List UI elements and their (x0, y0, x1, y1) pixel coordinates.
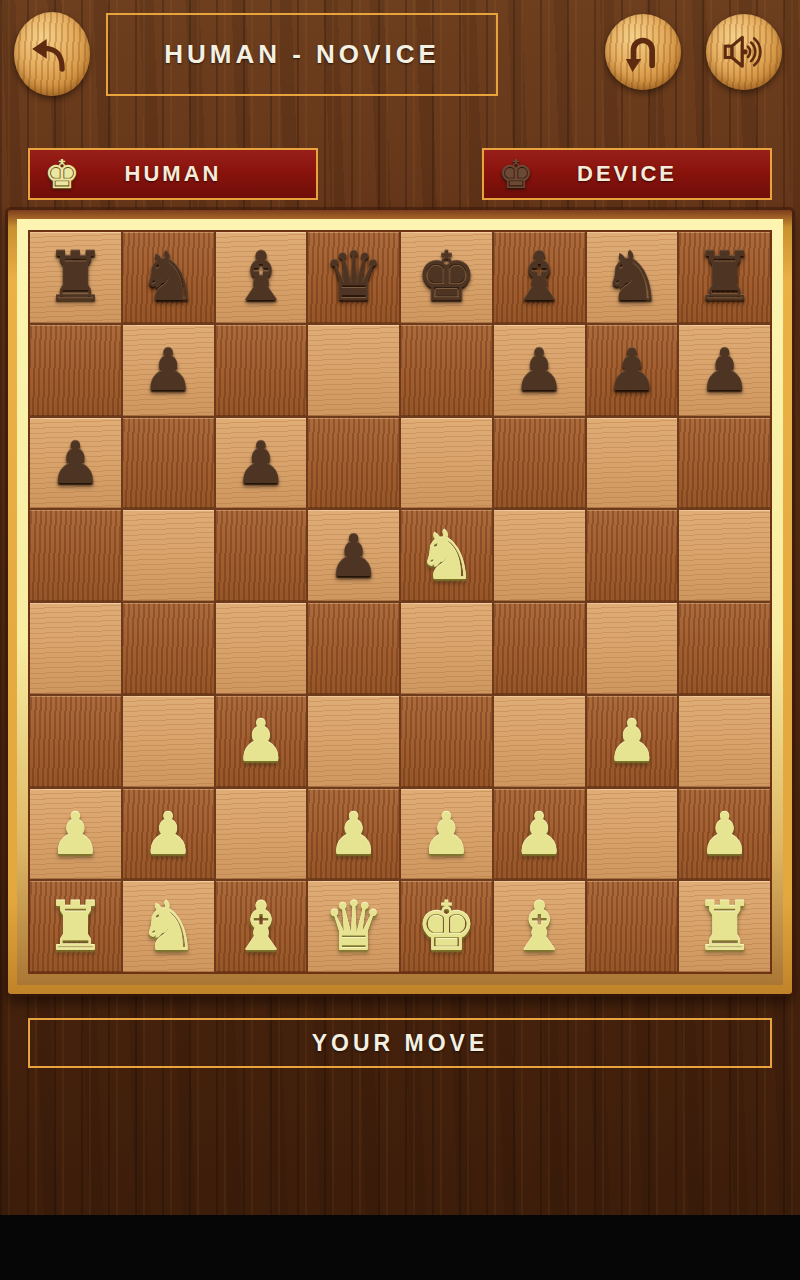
square-e8[interactable]: ♚ (401, 232, 492, 323)
square-c5[interactable] (216, 510, 307, 601)
black-bishop-piece: ♝ (230, 243, 291, 311)
player-banner-human: ♚ HUMAN (28, 148, 318, 200)
square-d6[interactable] (308, 418, 399, 509)
square-a1[interactable]: ♜ (30, 881, 121, 972)
square-e3[interactable] (401, 696, 492, 787)
black-king-piece: ♚ (416, 243, 477, 311)
chess-app: HUMAN - NOVICE ♚ HUMAN ♚ DEVICE ♜♞♝♛♚♝♞♜… (0, 0, 800, 1280)
turn-status-label: YOUR MOVE (312, 1030, 489, 1057)
board-mat: ♜♞♝♛♚♝♞♜♟♟♟♟♟♟♟♞♟♟♟♟♟♟♟♟♜♞♝♛♚♝♜ (17, 219, 783, 985)
undo-button[interactable] (605, 14, 681, 90)
square-c1[interactable]: ♝ (216, 881, 307, 972)
square-f2[interactable]: ♟ (494, 789, 585, 880)
black-knight-piece: ♞ (138, 243, 199, 311)
white-pawn-piece: ♟ (142, 805, 194, 863)
player-banner-device: ♚ DEVICE (482, 148, 772, 200)
square-e6[interactable] (401, 418, 492, 509)
square-d4[interactable] (308, 603, 399, 694)
square-d3[interactable] (308, 696, 399, 787)
square-f1[interactable]: ♝ (494, 881, 585, 972)
square-a8[interactable]: ♜ (30, 232, 121, 323)
square-a2[interactable]: ♟ (30, 789, 121, 880)
square-f4[interactable] (494, 603, 585, 694)
white-king-piece: ♚ (416, 893, 477, 961)
white-pawn-piece: ♟ (699, 805, 751, 863)
white-pawn-piece: ♟ (328, 805, 380, 863)
black-rook-piece: ♜ (694, 243, 755, 311)
square-c2[interactable] (216, 789, 307, 880)
square-g6[interactable] (587, 418, 678, 509)
square-c3[interactable]: ♟ (216, 696, 307, 787)
black-king-icon: ♚ (498, 154, 537, 194)
white-knight-piece: ♞ (416, 522, 477, 590)
white-bishop-piece: ♝ (230, 893, 291, 961)
square-d5[interactable]: ♟ (308, 510, 399, 601)
square-g8[interactable]: ♞ (587, 232, 678, 323)
square-f3[interactable] (494, 696, 585, 787)
white-rook-piece: ♜ (694, 893, 755, 961)
square-h2[interactable]: ♟ (679, 789, 770, 880)
player-name-device: DEVICE (577, 161, 677, 187)
square-b8[interactable]: ♞ (123, 232, 214, 323)
status-box: YOUR MOVE (28, 1018, 772, 1068)
square-h5[interactable] (679, 510, 770, 601)
black-knight-piece: ♞ (601, 243, 662, 311)
square-b4[interactable] (123, 603, 214, 694)
black-pawn-piece: ♟ (328, 527, 380, 585)
square-d8[interactable]: ♛ (308, 232, 399, 323)
black-pawn-piece: ♟ (235, 434, 287, 492)
square-e5[interactable]: ♞ (401, 510, 492, 601)
square-b3[interactable] (123, 696, 214, 787)
square-a4[interactable] (30, 603, 121, 694)
square-e4[interactable] (401, 603, 492, 694)
white-pawn-piece: ♟ (606, 712, 658, 770)
square-e1[interactable]: ♚ (401, 881, 492, 972)
square-d7[interactable] (308, 325, 399, 416)
white-knight-piece: ♞ (138, 893, 199, 961)
white-king-icon: ♚ (44, 154, 83, 194)
black-bishop-piece: ♝ (509, 243, 570, 311)
square-d2[interactable]: ♟ (308, 789, 399, 880)
square-g4[interactable] (587, 603, 678, 694)
square-b5[interactable] (123, 510, 214, 601)
black-rook-piece: ♜ (45, 243, 106, 311)
square-f8[interactable]: ♝ (494, 232, 585, 323)
white-bishop-piece: ♝ (509, 893, 570, 961)
square-e7[interactable] (401, 325, 492, 416)
square-d1[interactable]: ♛ (308, 881, 399, 972)
square-b2[interactable]: ♟ (123, 789, 214, 880)
white-rook-piece: ♜ (45, 893, 106, 961)
square-a6[interactable]: ♟ (30, 418, 121, 509)
square-h6[interactable] (679, 418, 770, 509)
square-a3[interactable] (30, 696, 121, 787)
square-b7[interactable]: ♟ (123, 325, 214, 416)
white-queen-piece: ♛ (323, 893, 384, 961)
black-pawn-piece: ♟ (49, 434, 101, 492)
undo-icon (617, 26, 669, 78)
game-mode-title: HUMAN - NOVICE (164, 39, 440, 70)
white-pawn-piece: ♟ (49, 805, 101, 863)
square-c4[interactable] (216, 603, 307, 694)
sound-button[interactable] (706, 14, 782, 90)
square-c6[interactable]: ♟ (216, 418, 307, 509)
square-a5[interactable] (30, 510, 121, 601)
square-a7[interactable] (30, 325, 121, 416)
black-pawn-piece: ♟ (513, 341, 565, 399)
black-pawn-piece: ♟ (606, 341, 658, 399)
speaker-icon (718, 26, 770, 78)
white-pawn-piece: ♟ (420, 805, 472, 863)
back-button[interactable] (14, 12, 90, 96)
square-g5[interactable] (587, 510, 678, 601)
square-e2[interactable]: ♟ (401, 789, 492, 880)
square-h4[interactable] (679, 603, 770, 694)
title-box: HUMAN - NOVICE (106, 13, 498, 96)
chess-board: ♜♞♝♛♚♝♞♜♟♟♟♟♟♟♟♞♟♟♟♟♟♟♟♟♜♞♝♛♚♝♜ (28, 230, 772, 974)
square-h3[interactable] (679, 696, 770, 787)
back-arrow-icon (26, 25, 78, 82)
square-b1[interactable]: ♞ (123, 881, 214, 972)
square-g1[interactable] (587, 881, 678, 972)
black-queen-piece: ♛ (323, 243, 384, 311)
square-b6[interactable] (123, 418, 214, 509)
square-f6[interactable] (494, 418, 585, 509)
square-h1[interactable]: ♜ (679, 881, 770, 972)
black-pawn-piece: ♟ (699, 341, 751, 399)
square-g3[interactable]: ♟ (587, 696, 678, 787)
white-pawn-piece: ♟ (235, 712, 287, 770)
square-f7[interactable]: ♟ (494, 325, 585, 416)
square-g2[interactable] (587, 789, 678, 880)
system-bar-area (0, 1215, 800, 1280)
black-pawn-piece: ♟ (142, 341, 194, 399)
player-name-human: HUMAN (125, 161, 222, 187)
board-frame: ♜♞♝♛♚♝♞♜♟♟♟♟♟♟♟♞♟♟♟♟♟♟♟♟♜♞♝♛♚♝♜ (8, 210, 792, 994)
square-g7[interactable]: ♟ (587, 325, 678, 416)
white-pawn-piece: ♟ (513, 805, 565, 863)
square-f5[interactable] (494, 510, 585, 601)
square-c8[interactable]: ♝ (216, 232, 307, 323)
square-c7[interactable] (216, 325, 307, 416)
square-h8[interactable]: ♜ (679, 232, 770, 323)
square-h7[interactable]: ♟ (679, 325, 770, 416)
